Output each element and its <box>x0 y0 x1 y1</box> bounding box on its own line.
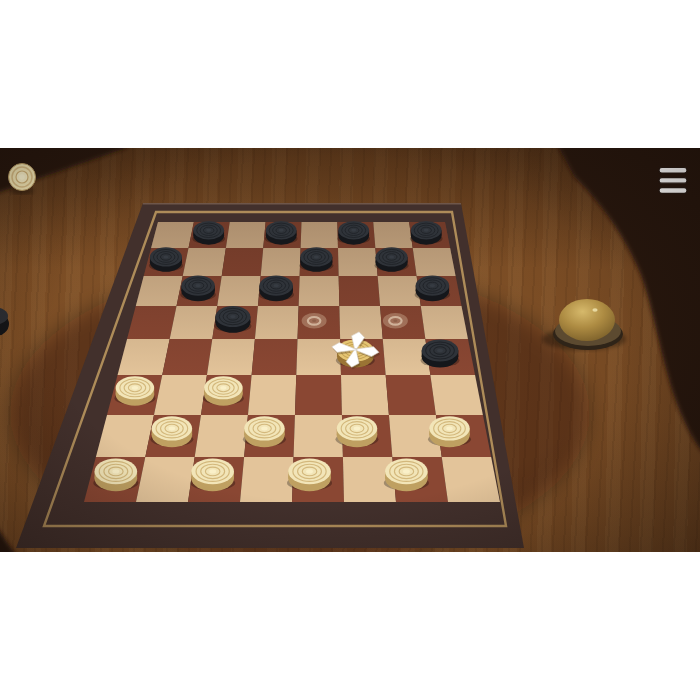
square-r4c2 <box>170 306 218 339</box>
app-window <box>0 0 700 700</box>
square-r5c4[interactable] <box>252 339 298 375</box>
bell-dome <box>559 299 615 341</box>
square-r3c3 <box>217 276 260 306</box>
black-checker[interactable] <box>421 340 460 368</box>
square-r1c1 <box>151 222 194 248</box>
square-r6c8 <box>430 375 483 415</box>
white-checker[interactable] <box>336 416 379 447</box>
square-r3c7 <box>378 276 421 306</box>
white-checker[interactable] <box>287 459 332 492</box>
square-r2c6 <box>338 248 378 276</box>
bell-glint <box>592 308 597 312</box>
black-checker[interactable] <box>299 247 333 272</box>
square-r5c2[interactable] <box>162 339 212 375</box>
black-checker[interactable] <box>258 276 293 302</box>
square-r6c6 <box>341 375 389 415</box>
menu-button[interactable] <box>659 168 687 194</box>
black-checker[interactable] <box>415 276 450 302</box>
square-r1c5 <box>301 222 338 248</box>
black-checker[interactable] <box>180 276 215 302</box>
square-r3c5 <box>299 276 340 306</box>
square-r4c4 <box>255 306 299 339</box>
move-hint-ghost[interactable] <box>383 313 408 328</box>
square-r1c3 <box>226 222 266 248</box>
square-r7c5 <box>294 415 343 457</box>
square-r8c8 <box>442 457 500 502</box>
white-checker[interactable] <box>190 459 235 492</box>
square-r6c2 <box>154 375 207 415</box>
square-r6c7[interactable] <box>386 375 436 415</box>
white-checker[interactable] <box>115 376 156 405</box>
black-checker[interactable] <box>410 221 443 245</box>
square-r4c1[interactable] <box>127 306 176 339</box>
move-hint-ghost[interactable] <box>302 313 327 328</box>
black-checker-partial <box>0 308 9 337</box>
letterbox-bottom <box>0 552 700 700</box>
scene-3d <box>0 148 700 552</box>
hamburger-menu-icon <box>659 168 687 194</box>
square-r3c1 <box>136 276 183 306</box>
square-r6c4 <box>248 375 296 415</box>
black-checker[interactable] <box>375 247 409 272</box>
square-r2c2 <box>183 248 226 276</box>
square-r2c3[interactable] <box>222 248 264 276</box>
game-viewport <box>0 148 700 552</box>
black-checker[interactable] <box>337 221 370 245</box>
white-checker[interactable] <box>150 416 193 447</box>
white-checker[interactable] <box>93 459 138 492</box>
square-r4c8 <box>421 306 468 339</box>
square-r6c5[interactable] <box>295 375 342 415</box>
turn-indicator-white-checker <box>9 164 36 195</box>
black-checker[interactable] <box>265 221 298 245</box>
black-checker[interactable] <box>214 306 251 333</box>
square-r1c7 <box>373 222 412 248</box>
brass-bell[interactable] <box>542 299 626 350</box>
white-checker[interactable] <box>384 459 429 492</box>
white-checker[interactable] <box>428 416 471 447</box>
square-r7c3 <box>195 415 248 457</box>
square-r2c4 <box>261 248 301 276</box>
letterbox-top <box>0 0 700 148</box>
square-r5c5 <box>296 339 341 375</box>
square-r8c2 <box>136 457 195 502</box>
square-r3c6[interactable] <box>339 276 380 306</box>
white-checker[interactable] <box>203 376 244 405</box>
square-r8c4 <box>240 457 294 502</box>
background-bottom-left-corner <box>0 520 18 552</box>
black-checker[interactable] <box>192 221 225 245</box>
white-checker[interactable] <box>243 416 286 447</box>
square-r2c8 <box>413 248 456 276</box>
black-checker[interactable] <box>149 247 183 272</box>
square-r5c3 <box>207 339 255 375</box>
